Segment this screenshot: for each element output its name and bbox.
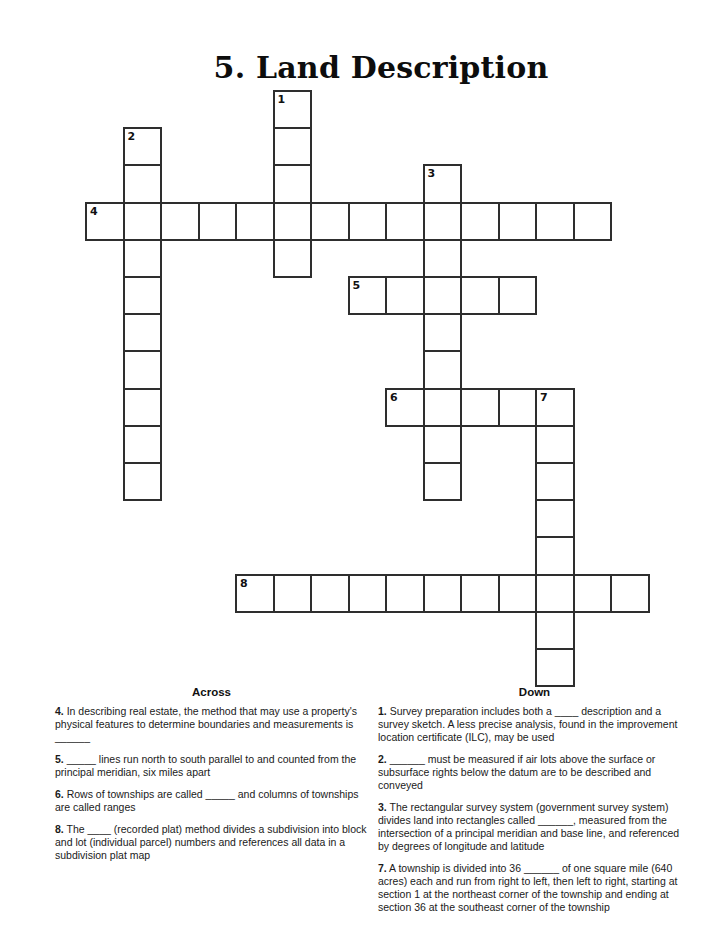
cell-r11-c12[interactable]	[535, 499, 575, 538]
clue-down-3: 3. The rectangular survey system (govern…	[378, 801, 691, 853]
page-title: 5. Land Description	[0, 50, 720, 85]
cell-r10-c9[interactable]	[423, 462, 463, 501]
cell-r10-c1[interactable]	[123, 462, 163, 501]
cell-r3-c2[interactable]	[160, 202, 200, 241]
cell-r0-c5[interactable]: 1	[273, 90, 313, 129]
clue-down-7: 7. A township is divided into 36 ______ …	[378, 862, 691, 914]
clue-number-2: 2	[128, 130, 136, 143]
cell-r1-c1[interactable]: 2	[123, 127, 163, 166]
clue-across-5-text: _____ lines run north to south parallel …	[55, 753, 356, 778]
clue-across-6: 6. Rows of townships are called _____ an…	[55, 788, 368, 814]
cell-r3-c11[interactable]	[498, 202, 538, 241]
cell-r12-c12[interactable]	[535, 536, 575, 575]
cell-r13-c6[interactable]	[310, 574, 350, 613]
down-heading: Down	[378, 686, 691, 698]
cell-r8-c1[interactable]	[123, 388, 163, 427]
clue-down-7-number: 7.	[378, 862, 387, 874]
cell-r9-c9[interactable]	[423, 425, 463, 464]
cell-r6-c9[interactable]	[423, 313, 463, 352]
clue-across-6-number: 6.	[55, 788, 64, 800]
clue-number-1: 1	[278, 93, 286, 106]
cell-r3-c1[interactable]	[123, 202, 163, 241]
cell-r1-c5[interactable]	[273, 127, 313, 166]
cell-r3-c6[interactable]	[310, 202, 350, 241]
cell-r13-c8[interactable]	[385, 574, 425, 613]
cell-r5-c9[interactable]	[423, 276, 463, 315]
cell-r3-c12[interactable]	[535, 202, 575, 241]
clue-across-8: 8. The ____ (recorded plat) method divid…	[55, 823, 368, 862]
clue-across-5-number: 5.	[55, 753, 64, 765]
cell-r3-c8[interactable]	[385, 202, 425, 241]
cell-r3-c10[interactable]	[460, 202, 500, 241]
cell-r8-c10[interactable]	[460, 388, 500, 427]
crossword-page: 5. Land Description 12345678 Across 4. I…	[0, 0, 720, 932]
clue-number-5: 5	[353, 279, 361, 292]
cell-r13-c7[interactable]	[348, 574, 388, 613]
across-heading: Across	[55, 686, 368, 698]
cell-r15-c12[interactable]	[535, 648, 575, 687]
cell-r3-c5[interactable]	[273, 202, 313, 241]
cell-r5-c8[interactable]	[385, 276, 425, 315]
cell-r7-c1[interactable]	[123, 350, 163, 389]
cell-r3-c7[interactable]	[348, 202, 388, 241]
clue-across-8-text: The ____ (recorded plat) method divides …	[55, 823, 367, 861]
cell-r5-c1[interactable]	[123, 276, 163, 315]
clue-across-8-number: 8.	[55, 823, 64, 835]
cell-r4-c5[interactable]	[273, 239, 313, 278]
cell-r2-c9[interactable]: 3	[423, 164, 463, 203]
cell-r13-c9[interactable]	[423, 574, 463, 613]
clue-number-8: 8	[240, 577, 248, 590]
clue-down-1-number: 1.	[378, 705, 387, 717]
cell-r9-c12[interactable]	[535, 425, 575, 464]
cell-r8-c9[interactable]	[423, 388, 463, 427]
cell-r13-c14[interactable]	[610, 574, 650, 613]
cell-r3-c4[interactable]	[235, 202, 275, 241]
clue-down-2: 2. ______ must be measured if air lots a…	[378, 753, 691, 792]
cell-r13-c12[interactable]	[535, 574, 575, 613]
crossword-grid: 12345678	[85, 90, 651, 688]
cell-r9-c1[interactable]	[123, 425, 163, 464]
clue-number-3: 3	[428, 167, 436, 180]
cell-r8-c12[interactable]: 7	[535, 388, 575, 427]
cell-r8-c11[interactable]	[498, 388, 538, 427]
clue-across-6-text: Rows of townships are called _____ and c…	[55, 788, 359, 813]
clue-down-1-text: Survey preparation includes both a ____ …	[378, 705, 677, 743]
clue-down-2-number: 2.	[378, 753, 387, 765]
cell-r2-c5[interactable]	[273, 164, 313, 203]
cell-r13-c11[interactable]	[498, 574, 538, 613]
cell-r7-c9[interactable]	[423, 350, 463, 389]
clue-down-2-text: ______ must be measured if air lots abov…	[378, 753, 655, 791]
across-clues-column: Across 4. In describing real estate, the…	[55, 686, 368, 923]
clue-number-4: 4	[90, 205, 98, 218]
cell-r10-c12[interactable]	[535, 462, 575, 501]
clue-down-3-text: The rectangular survey system (governmen…	[378, 801, 679, 852]
clue-number-6: 6	[390, 391, 398, 404]
clue-across-4-number: 4.	[55, 705, 64, 717]
cell-r13-c4[interactable]: 8	[235, 574, 275, 613]
clue-section: Across 4. In describing real estate, the…	[55, 686, 691, 923]
cell-r4-c1[interactable]	[123, 239, 163, 278]
cell-r2-c1[interactable]	[123, 164, 163, 203]
cell-r8-c8[interactable]: 6	[385, 388, 425, 427]
cell-r6-c1[interactable]	[123, 313, 163, 352]
clue-across-5: 5. _____ lines run north to south parall…	[55, 753, 368, 779]
cell-r3-c9[interactable]	[423, 202, 463, 241]
down-clues-column: Down 1. Survey preparation includes both…	[378, 686, 691, 923]
clue-down-3-number: 3.	[378, 801, 387, 813]
cell-r5-c7[interactable]: 5	[348, 276, 388, 315]
cell-r3-c3[interactable]	[198, 202, 238, 241]
clue-number-7: 7	[540, 391, 548, 404]
cell-r5-c10[interactable]	[460, 276, 500, 315]
cell-r4-c9[interactable]	[423, 239, 463, 278]
cell-r13-c5[interactable]	[273, 574, 313, 613]
cell-r14-c12[interactable]	[535, 611, 575, 650]
clue-down-7-text: A township is divided into 36 ______ of …	[378, 862, 677, 913]
cell-r5-c11[interactable]	[498, 276, 538, 315]
clue-across-4-text: In describing real estate, the method th…	[55, 705, 357, 743]
cell-r3-c0[interactable]: 4	[85, 202, 125, 241]
cell-r13-c10[interactable]	[460, 574, 500, 613]
cell-r3-c13[interactable]	[573, 202, 613, 241]
cell-r13-c13[interactable]	[573, 574, 613, 613]
clue-across-4: 4. In describing real estate, the method…	[55, 705, 368, 744]
clue-down-1: 1. Survey preparation includes both a __…	[378, 705, 691, 744]
